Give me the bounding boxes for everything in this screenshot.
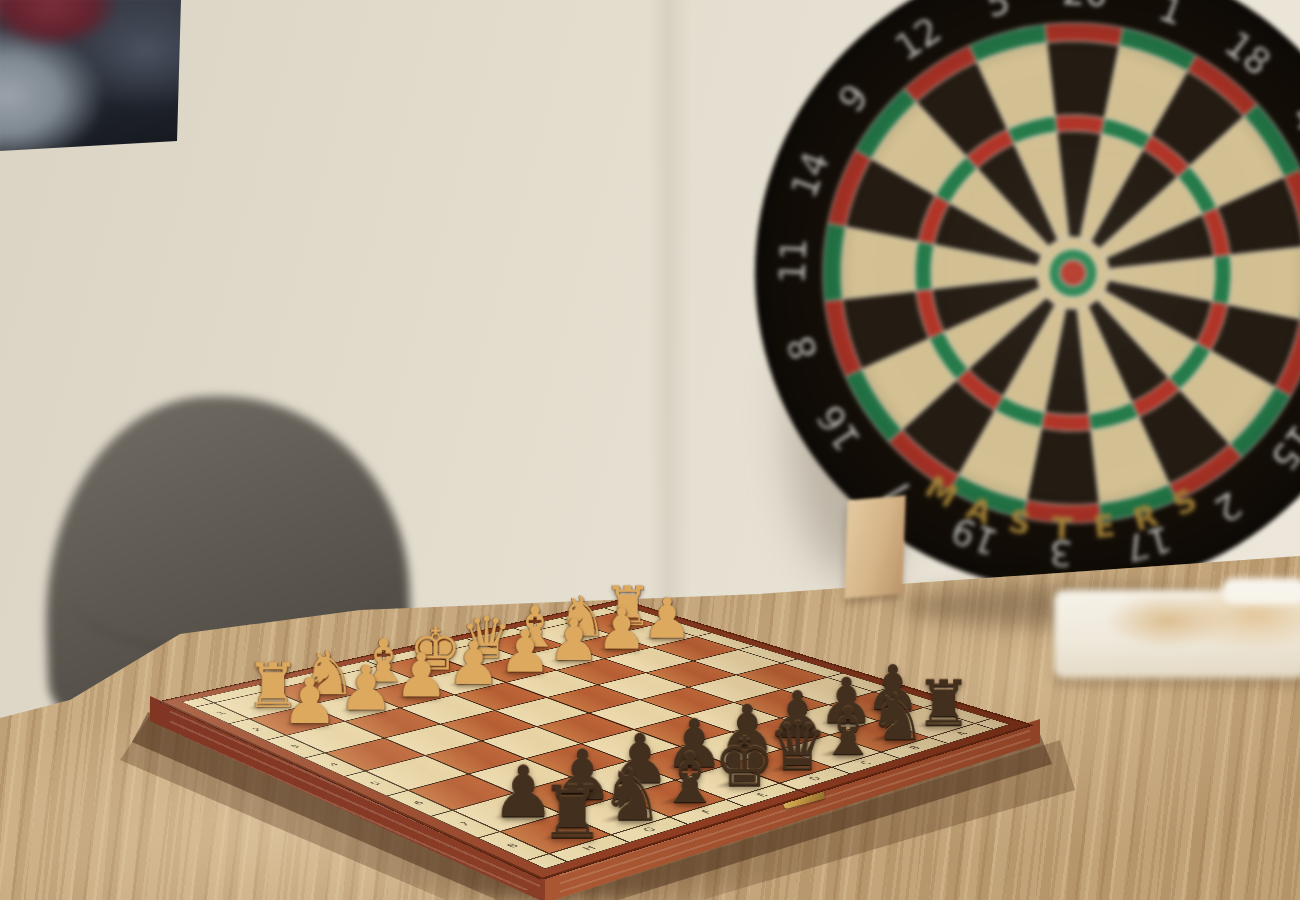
piece-white-pawn: ♟ [499,623,552,682]
piece-white-pawn: ♟ [447,634,501,694]
wall-corner-shade [648,0,692,640]
wooden-wedge-stand [844,495,905,598]
piece-white-pawn: ♟ [394,646,449,707]
piece-white-pawn: ♟ [596,601,647,658]
white-object-edge [1222,578,1300,604]
piece-black-bishop: ♝ [659,744,722,814]
piece-white-pawn: ♟ [643,591,693,647]
room-scene: 2011841361015217319716811149125MASTERS 1… [0,0,1300,900]
framed-photo-print [0,0,181,151]
dartboard: 2011841361015217319716811149125MASTERS [729,0,1300,617]
photo-print-artwork [0,0,181,151]
piece-black-rook: ♜ [540,777,606,850]
piece-white-pawn: ♟ [339,658,395,720]
piece-black-queen: ♛ [768,713,828,780]
piece-white-pawn: ♟ [281,670,338,733]
piece-white-pawn: ♟ [549,612,601,670]
piece-black-king: ♚ [714,728,775,797]
piece-black-knight: ♞ [600,760,664,832]
